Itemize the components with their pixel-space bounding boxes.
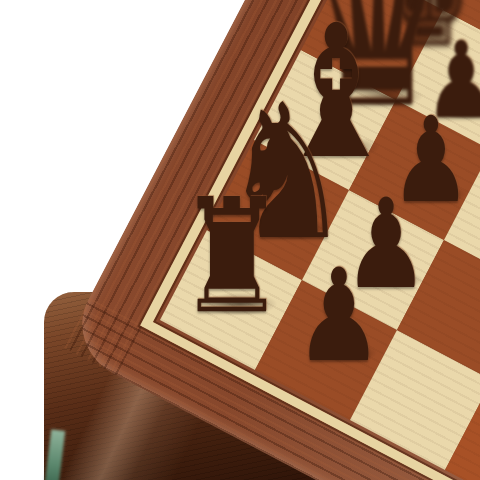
piece-black-pawn-a7[interactable]: ♟ xyxy=(282,252,397,380)
chess-set-photo: ♜ ♞ ♝ ♛ ♚ ♟ ♟ ♟ ♟ xyxy=(0,0,480,480)
